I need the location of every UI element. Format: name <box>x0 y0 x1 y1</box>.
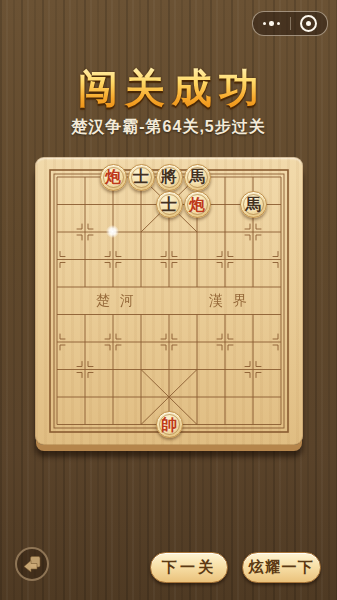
wechat-capsule <box>252 11 328 36</box>
exit-button[interactable] <box>291 12 328 35</box>
page-title: 闯关成功 <box>0 66 337 112</box>
app-screen: 闯关成功 楚汉争霸-第64关,5步过关 楚河 漢界 炮士將馬士炮馬帥 下一关 炫… <box>0 0 337 600</box>
piece-glyph: 士 <box>161 197 177 213</box>
piece-glyph: 將 <box>161 169 177 185</box>
piece-black-horse[interactable]: 馬 <box>184 164 211 191</box>
more-button[interactable] <box>253 12 290 35</box>
piece-glyph: 炮 <box>105 169 121 185</box>
piece-glyph: 士 <box>133 169 149 185</box>
piece-black-general[interactable]: 將 <box>156 164 183 191</box>
return-arrow-icon <box>21 553 43 575</box>
piece-glyph: 馬 <box>189 169 205 185</box>
piece-red-general[interactable]: 帥 <box>156 411 183 438</box>
piece-black-advisor[interactable]: 士 <box>156 191 183 218</box>
piece-glyph: 馬 <box>245 197 261 213</box>
river-label-right: 漢界 <box>209 292 257 310</box>
target-icon <box>300 15 317 32</box>
ellipsis-icon <box>263 21 280 26</box>
piece-black-horse[interactable]: 馬 <box>240 191 267 218</box>
brag-button[interactable]: 炫耀一下 <box>242 552 321 583</box>
return-button[interactable] <box>15 547 49 581</box>
piece-red-cannon[interactable]: 炮 <box>184 191 211 218</box>
piece-glyph: 帥 <box>161 417 177 433</box>
piece-black-advisor[interactable]: 士 <box>128 164 155 191</box>
sparkle-effect <box>106 225 119 238</box>
piece-glyph: 炮 <box>189 197 205 213</box>
river-label-left: 楚河 <box>96 292 144 310</box>
xiangqi-board[interactable]: 楚河 漢界 炮士將馬士炮馬帥 <box>35 157 303 445</box>
piece-red-cannon[interactable]: 炮 <box>100 164 127 191</box>
level-subtitle: 楚汉争霸-第64关,5步过关 <box>0 117 337 138</box>
next-level-button[interactable]: 下一关 <box>150 552 228 583</box>
